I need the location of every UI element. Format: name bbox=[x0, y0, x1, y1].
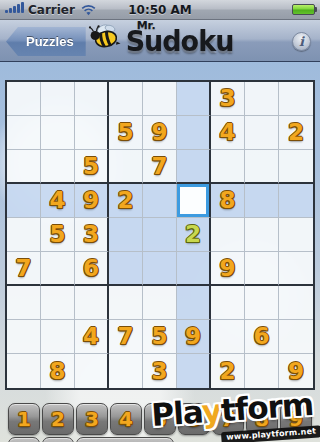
number-button-label: 7 bbox=[221, 409, 235, 429]
cell-r8c3[interactable]: 4 bbox=[75, 320, 109, 354]
cell-r9c3[interactable] bbox=[75, 354, 109, 388]
cell-r1c6[interactable] bbox=[177, 82, 211, 116]
cell-r5c1[interactable] bbox=[7, 218, 41, 252]
cell-r7c8[interactable] bbox=[245, 286, 279, 320]
cell-r8c1[interactable] bbox=[7, 320, 41, 354]
cell-r1c9[interactable] bbox=[279, 82, 313, 116]
cell-r4c1[interactable] bbox=[7, 184, 41, 218]
cell-r2c6[interactable] bbox=[177, 116, 211, 150]
given-digit: 7 bbox=[15, 257, 31, 280]
cell-r4c2[interactable]: 4 bbox=[41, 184, 75, 218]
cell-r4c5[interactable] bbox=[143, 184, 177, 218]
cell-r8c9[interactable] bbox=[279, 320, 313, 354]
cell-r5c4[interactable] bbox=[109, 218, 143, 252]
given-digit: 9 bbox=[185, 325, 201, 348]
number-button-label: 1 bbox=[17, 409, 31, 429]
cell-r4c3[interactable]: 9 bbox=[75, 184, 109, 218]
cell-r3c4[interactable] bbox=[109, 150, 143, 184]
cell-r6c5[interactable] bbox=[143, 252, 177, 286]
number-button-2[interactable]: 2 bbox=[42, 403, 74, 435]
cell-r6c8[interactable] bbox=[245, 252, 279, 286]
given-digit: 4 bbox=[49, 189, 65, 212]
cell-r5c5[interactable] bbox=[143, 218, 177, 252]
cell-r9c2[interactable]: 8 bbox=[41, 354, 75, 388]
given-digit: 9 bbox=[219, 257, 235, 280]
given-digit: 2 bbox=[288, 121, 304, 144]
cell-r2c8[interactable] bbox=[245, 116, 279, 150]
cell-r1c3[interactable] bbox=[75, 82, 109, 116]
given-digit: 6 bbox=[83, 257, 99, 280]
logo-title: Sudoku bbox=[126, 27, 234, 55]
toolbar-button-partial-wide[interactable] bbox=[76, 437, 174, 442]
given-digit: 2 bbox=[219, 360, 235, 383]
cell-r4c8[interactable] bbox=[245, 184, 279, 218]
app-screen: Carrier 10:50 AM bbox=[0, 0, 320, 442]
second-button-row bbox=[8, 437, 174, 442]
given-digit: 8 bbox=[49, 360, 65, 383]
cell-r2c4[interactable]: 5 bbox=[109, 116, 143, 150]
number-button-label: 8 bbox=[255, 409, 269, 429]
number-button-8[interactable]: 8 bbox=[246, 403, 278, 435]
logo-mr-label: Mr. bbox=[137, 19, 156, 32]
cell-r8c2[interactable] bbox=[41, 320, 75, 354]
cell-r9c1[interactable] bbox=[7, 354, 41, 388]
user-digit: 2 bbox=[185, 223, 201, 246]
number-button-label: 9 bbox=[289, 409, 303, 429]
given-digit: 6 bbox=[253, 325, 269, 348]
cell-r7c4[interactable] bbox=[109, 286, 143, 320]
cell-r2c3[interactable] bbox=[75, 116, 109, 150]
given-digit: 9 bbox=[83, 189, 99, 212]
cell-r1c7[interactable]: 3 bbox=[211, 82, 245, 116]
toolbar-button-partial-2[interactable] bbox=[42, 437, 74, 442]
number-button-7[interactable]: 7 bbox=[212, 403, 244, 435]
number-button-label: 2 bbox=[51, 409, 65, 429]
number-button-1[interactable]: 1 bbox=[8, 403, 40, 435]
cell-r8c6[interactable]: 9 bbox=[177, 320, 211, 354]
cell-r7c5[interactable] bbox=[143, 286, 177, 320]
number-button-6[interactable]: 6 bbox=[178, 403, 210, 435]
cell-r8c8[interactable]: 6 bbox=[245, 320, 279, 354]
given-digit: 7 bbox=[117, 325, 133, 348]
cell-r7c7[interactable] bbox=[211, 286, 245, 320]
cell-r6c3[interactable]: 6 bbox=[75, 252, 109, 286]
given-digit: 3 bbox=[151, 360, 167, 383]
number-button-label: 3 bbox=[85, 409, 99, 429]
given-digit: 5 bbox=[49, 223, 65, 246]
given-digit: 5 bbox=[83, 155, 99, 178]
cell-r2c1[interactable] bbox=[7, 116, 41, 150]
number-button-3[interactable]: 3 bbox=[76, 403, 108, 435]
number-button-label: 5 bbox=[153, 409, 167, 429]
cell-r7c6[interactable] bbox=[177, 286, 211, 320]
cell-r6c4[interactable] bbox=[109, 252, 143, 286]
cell-r2c9[interactable]: 2 bbox=[279, 116, 313, 150]
back-button-puzzles[interactable]: Puzzles bbox=[6, 27, 86, 56]
cell-r3c2[interactable] bbox=[41, 150, 75, 184]
cell-r9c6[interactable] bbox=[177, 354, 211, 388]
cell-r9c4[interactable] bbox=[109, 354, 143, 388]
sudoku-board: 35942574928532769475968329 bbox=[5, 80, 315, 390]
cell-r4c6[interactable] bbox=[177, 184, 211, 218]
cell-r3c8[interactable] bbox=[245, 150, 279, 184]
cell-r3c1[interactable] bbox=[7, 150, 41, 184]
play-area: 35942574928532769475968329 123456789 bbox=[0, 62, 320, 442]
cell-r6c7[interactable]: 9 bbox=[211, 252, 245, 286]
cell-r2c7[interactable]: 4 bbox=[211, 116, 245, 150]
number-button-9[interactable]: 9 bbox=[280, 403, 312, 435]
cell-r6c9[interactable] bbox=[279, 252, 313, 286]
cell-r9c8[interactable] bbox=[245, 354, 279, 388]
cell-r6c2[interactable] bbox=[41, 252, 75, 286]
given-digit: 9 bbox=[288, 360, 304, 383]
cell-r9c9[interactable]: 9 bbox=[279, 354, 313, 388]
cell-r8c4[interactable]: 7 bbox=[109, 320, 143, 354]
given-digit: 4 bbox=[219, 121, 235, 144]
cell-r4c4[interactable]: 2 bbox=[109, 184, 143, 218]
cell-r8c7[interactable] bbox=[211, 320, 245, 354]
cell-r7c9[interactable] bbox=[279, 286, 313, 320]
cell-r1c2[interactable] bbox=[41, 82, 75, 116]
cell-r5c7[interactable] bbox=[211, 218, 245, 252]
info-button[interactable]: i bbox=[292, 32, 311, 51]
cell-r5c8[interactable] bbox=[245, 218, 279, 252]
nav-bar: Mr. Sudoku Puzzles i bbox=[0, 20, 320, 62]
bee-icon bbox=[87, 22, 123, 56]
cell-r1c5[interactable] bbox=[143, 82, 177, 116]
cell-r6c1[interactable]: 7 bbox=[7, 252, 41, 286]
given-digit: 7 bbox=[151, 155, 167, 178]
cell-r5c6[interactable]: 2 bbox=[177, 218, 211, 252]
given-digit: 9 bbox=[151, 121, 167, 144]
cell-r1c8[interactable] bbox=[245, 82, 279, 116]
number-button-5[interactable]: 5 bbox=[144, 403, 176, 435]
battery-icon bbox=[292, 4, 315, 15]
toolbar-button-partial-1[interactable] bbox=[8, 437, 40, 442]
given-digit: 5 bbox=[117, 121, 133, 144]
cell-r3c6[interactable] bbox=[177, 150, 211, 184]
clock: 10:50 AM bbox=[0, 3, 320, 17]
cell-r7c2[interactable] bbox=[41, 286, 75, 320]
cell-r3c7[interactable] bbox=[211, 150, 245, 184]
cell-r9c5[interactable]: 3 bbox=[143, 354, 177, 388]
cell-r4c7[interactable]: 8 bbox=[211, 184, 245, 218]
given-digit: 5 bbox=[151, 325, 167, 348]
status-bar: Carrier 10:50 AM bbox=[0, 0, 320, 20]
cell-r5c2[interactable]: 5 bbox=[41, 218, 75, 252]
cell-r2c2[interactable] bbox=[41, 116, 75, 150]
cell-r3c9[interactable] bbox=[279, 150, 313, 184]
number-button-4[interactable]: 4 bbox=[110, 403, 142, 435]
cell-r1c4[interactable] bbox=[109, 82, 143, 116]
given-digit: 8 bbox=[219, 189, 235, 212]
cell-r8c5[interactable]: 5 bbox=[143, 320, 177, 354]
number-button-label: 6 bbox=[187, 409, 201, 429]
cell-r6c6[interactable] bbox=[177, 252, 211, 286]
cell-r7c3[interactable] bbox=[75, 286, 109, 320]
given-digit: 3 bbox=[219, 87, 235, 110]
cell-r2c5[interactable]: 9 bbox=[143, 116, 177, 150]
cell-r4c9[interactable] bbox=[279, 184, 313, 218]
cell-r7c1[interactable] bbox=[7, 286, 41, 320]
cell-r5c3[interactable]: 3 bbox=[75, 218, 109, 252]
given-digit: 2 bbox=[117, 189, 133, 212]
number-button-label: 4 bbox=[119, 409, 133, 429]
cell-r5c9[interactable] bbox=[279, 218, 313, 252]
given-digit: 4 bbox=[83, 325, 99, 348]
cell-r1c1[interactable] bbox=[7, 82, 41, 116]
number-button-row: 123456789 bbox=[8, 403, 312, 435]
given-digit: 3 bbox=[83, 223, 99, 246]
cell-r3c3[interactable]: 5 bbox=[75, 150, 109, 184]
cell-r3c5[interactable]: 7 bbox=[143, 150, 177, 184]
cell-r9c7[interactable]: 2 bbox=[211, 354, 245, 388]
